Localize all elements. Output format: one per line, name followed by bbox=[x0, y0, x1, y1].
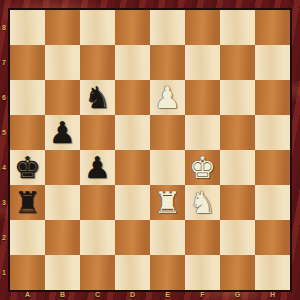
square-b2[interactable] bbox=[45, 220, 80, 255]
square-c5[interactable] bbox=[80, 115, 115, 150]
file-label-a: A bbox=[10, 290, 45, 300]
square-c7[interactable] bbox=[80, 45, 115, 80]
file-label-g: G bbox=[220, 290, 255, 300]
square-f4[interactable]: ♚ bbox=[185, 150, 220, 185]
square-h3[interactable] bbox=[255, 185, 290, 220]
square-e3[interactable]: ♜ bbox=[150, 185, 185, 220]
rank-label-4: 4 bbox=[0, 150, 8, 185]
square-f6[interactable] bbox=[185, 80, 220, 115]
square-c1[interactable] bbox=[80, 255, 115, 290]
file-label-f: F bbox=[185, 290, 220, 300]
square-d7[interactable] bbox=[115, 45, 150, 80]
square-a6[interactable] bbox=[10, 80, 45, 115]
white-knight-f3[interactable]: ♞ bbox=[189, 185, 216, 220]
rank-label-1: 1 bbox=[0, 255, 8, 290]
square-g2[interactable] bbox=[220, 220, 255, 255]
square-d8[interactable] bbox=[115, 10, 150, 45]
square-g8[interactable] bbox=[220, 10, 255, 45]
square-a4[interactable]: ♚ bbox=[10, 150, 45, 185]
square-g1[interactable] bbox=[220, 255, 255, 290]
square-e6[interactable]: ♟ bbox=[150, 80, 185, 115]
square-g4[interactable] bbox=[220, 150, 255, 185]
white-king-f4[interactable]: ♚ bbox=[189, 150, 216, 185]
square-d1[interactable] bbox=[115, 255, 150, 290]
black-rook-a3[interactable]: ♜ bbox=[14, 185, 41, 220]
chess-board-frame: 87654321 ♞♟♟♚♟♚♜♜♞ ABCDEFGH bbox=[0, 0, 300, 300]
square-f5[interactable] bbox=[185, 115, 220, 150]
square-h8[interactable] bbox=[255, 10, 290, 45]
black-knight-c6[interactable]: ♞ bbox=[84, 80, 111, 115]
rank-labels: 87654321 bbox=[0, 10, 8, 290]
file-label-b: B bbox=[45, 290, 80, 300]
square-h1[interactable] bbox=[255, 255, 290, 290]
square-h6[interactable] bbox=[255, 80, 290, 115]
rank-label-8: 8 bbox=[0, 10, 8, 45]
square-f2[interactable] bbox=[185, 220, 220, 255]
square-b7[interactable] bbox=[45, 45, 80, 80]
rank-label-5: 5 bbox=[0, 115, 8, 150]
file-label-d: D bbox=[115, 290, 150, 300]
rank-label-2: 2 bbox=[0, 220, 8, 255]
chess-board: ♞♟♟♚♟♚♜♜♞ bbox=[8, 8, 292, 292]
square-a7[interactable] bbox=[10, 45, 45, 80]
square-e1[interactable] bbox=[150, 255, 185, 290]
square-b6[interactable] bbox=[45, 80, 80, 115]
square-e2[interactable] bbox=[150, 220, 185, 255]
square-a5[interactable] bbox=[10, 115, 45, 150]
white-pawn-e6[interactable]: ♟ bbox=[154, 80, 181, 115]
black-king-a4[interactable]: ♚ bbox=[14, 150, 41, 185]
square-d2[interactable] bbox=[115, 220, 150, 255]
square-g5[interactable] bbox=[220, 115, 255, 150]
rank-label-3: 3 bbox=[0, 185, 8, 220]
square-d5[interactable] bbox=[115, 115, 150, 150]
square-b4[interactable] bbox=[45, 150, 80, 185]
square-a2[interactable] bbox=[10, 220, 45, 255]
file-label-e: E bbox=[150, 290, 185, 300]
square-h2[interactable] bbox=[255, 220, 290, 255]
square-c8[interactable] bbox=[80, 10, 115, 45]
white-rook-e3[interactable]: ♜ bbox=[154, 185, 181, 220]
file-label-c: C bbox=[80, 290, 115, 300]
square-d6[interactable] bbox=[115, 80, 150, 115]
square-h4[interactable] bbox=[255, 150, 290, 185]
rank-label-6: 6 bbox=[0, 80, 8, 115]
square-c6[interactable]: ♞ bbox=[80, 80, 115, 115]
square-a3[interactable]: ♜ bbox=[10, 185, 45, 220]
square-e4[interactable] bbox=[150, 150, 185, 185]
square-b5[interactable]: ♟ bbox=[45, 115, 80, 150]
square-f8[interactable] bbox=[185, 10, 220, 45]
square-f1[interactable] bbox=[185, 255, 220, 290]
black-pawn-c4[interactable]: ♟ bbox=[84, 150, 111, 185]
square-b8[interactable] bbox=[45, 10, 80, 45]
black-pawn-b5[interactable]: ♟ bbox=[49, 115, 76, 150]
square-h7[interactable] bbox=[255, 45, 290, 80]
square-g6[interactable] bbox=[220, 80, 255, 115]
square-c3[interactable] bbox=[80, 185, 115, 220]
square-b1[interactable] bbox=[45, 255, 80, 290]
square-b3[interactable] bbox=[45, 185, 80, 220]
square-a1[interactable] bbox=[10, 255, 45, 290]
square-g3[interactable] bbox=[220, 185, 255, 220]
file-labels: ABCDEFGH bbox=[10, 290, 290, 300]
square-f3[interactable]: ♞ bbox=[185, 185, 220, 220]
square-g7[interactable] bbox=[220, 45, 255, 80]
square-h5[interactable] bbox=[255, 115, 290, 150]
square-c2[interactable] bbox=[80, 220, 115, 255]
square-e8[interactable] bbox=[150, 10, 185, 45]
square-f7[interactable] bbox=[185, 45, 220, 80]
square-e5[interactable] bbox=[150, 115, 185, 150]
square-c4[interactable]: ♟ bbox=[80, 150, 115, 185]
square-d3[interactable] bbox=[115, 185, 150, 220]
file-label-h: H bbox=[255, 290, 290, 300]
rank-label-7: 7 bbox=[0, 45, 8, 80]
square-e7[interactable] bbox=[150, 45, 185, 80]
square-d4[interactable] bbox=[115, 150, 150, 185]
square-a8[interactable] bbox=[10, 10, 45, 45]
